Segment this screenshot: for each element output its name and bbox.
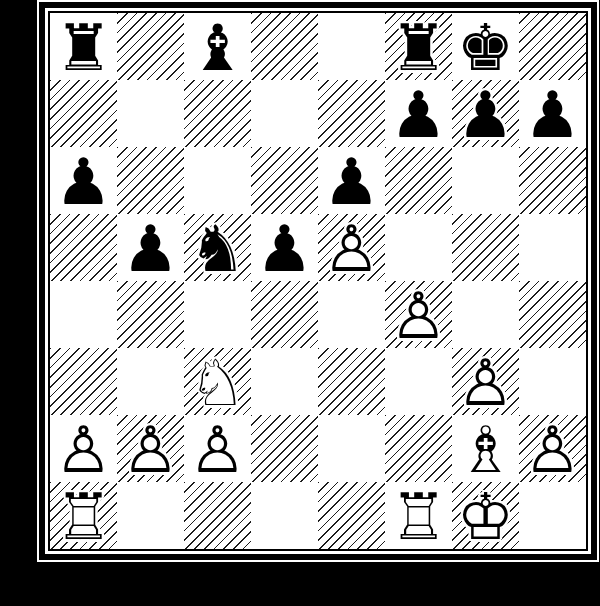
black-rook-glyph: ♜ [50,14,117,81]
square-d8[interactable] [251,13,318,80]
square-h5[interactable] [519,214,586,281]
square-d7[interactable] [251,80,318,147]
square-d4[interactable] [251,281,318,348]
black-knight-glyph: ♞ [184,215,251,282]
square-a7[interactable] [50,80,117,147]
chessboard-frame-outer: ♜♝♜♚♟♟♟♟♟♟♞♟♟♙♟♙♞♘♟♙♟♙♟♙♟♙♝♗♟♙♜♖♜♖♚♔ [37,0,599,562]
black-rook[interactable]: ♜ [50,13,117,80]
square-h2[interactable]: ♟♙ [519,415,586,482]
black-rook[interactable]: ♜ [385,13,452,80]
square-e4[interactable] [318,281,385,348]
square-b8[interactable] [117,13,184,80]
square-b5[interactable]: ♟ [117,214,184,281]
black-pawn-glyph: ♟ [385,81,452,148]
square-b7[interactable] [117,80,184,147]
square-c1[interactable] [184,482,251,549]
white-pawn-fill: ♟ [318,215,385,282]
square-a5[interactable] [50,214,117,281]
white-king-fill: ♚ [452,483,519,550]
chessboard-frame: ♜♝♜♚♟♟♟♟♟♟♞♟♟♙♟♙♞♘♟♙♟♙♟♙♟♙♝♗♟♙♜♖♜♖♚♔ [39,2,597,560]
chessboard-frame-inner: ♜♝♜♚♟♟♟♟♟♟♞♟♟♙♟♙♞♘♟♙♟♙♟♙♟♙♝♗♟♙♜♖♜♖♚♔ [48,11,588,551]
square-h1[interactable] [519,482,586,549]
black-pawn[interactable]: ♟ [519,80,586,147]
square-c7[interactable] [184,80,251,147]
square-d1[interactable] [251,482,318,549]
white-pawn[interactable]: ♟♙ [50,415,117,482]
white-pawn-fill: ♟ [452,349,519,416]
square-f3[interactable] [385,348,452,415]
white-pawn[interactable]: ♟♙ [385,281,452,348]
square-h4[interactable] [519,281,586,348]
square-a3[interactable] [50,348,117,415]
square-f7[interactable]: ♟ [385,80,452,147]
white-pawn-glyph: ♙ [50,416,117,483]
square-f4[interactable]: ♟♙ [385,281,452,348]
black-pawn-glyph: ♟ [452,81,519,148]
white-knight[interactable]: ♞♘ [184,348,251,415]
square-c4[interactable] [184,281,251,348]
square-c5[interactable]: ♞ [184,214,251,281]
square-d5[interactable]: ♟ [251,214,318,281]
square-g1[interactable]: ♚♔ [452,482,519,549]
black-bishop-glyph: ♝ [184,14,251,81]
white-pawn[interactable]: ♟♙ [117,415,184,482]
square-a8[interactable]: ♜ [50,13,117,80]
black-pawn[interactable]: ♟ [251,214,318,281]
black-rook-glyph: ♜ [385,14,452,81]
square-c6[interactable] [184,147,251,214]
square-b2[interactable]: ♟♙ [117,415,184,482]
square-g3[interactable]: ♟♙ [452,348,519,415]
black-pawn[interactable]: ♟ [117,214,184,281]
white-king-glyph: ♔ [452,483,519,550]
square-c8[interactable]: ♝ [184,13,251,80]
white-rook-glyph: ♖ [50,483,117,550]
black-knight[interactable]: ♞ [184,214,251,281]
black-pawn-glyph: ♟ [50,148,117,215]
white-pawn[interactable]: ♟♙ [318,214,385,281]
square-d3[interactable] [251,348,318,415]
white-pawn[interactable]: ♟♙ [184,415,251,482]
white-rook-fill: ♜ [50,483,117,550]
square-f1[interactable]: ♜♖ [385,482,452,549]
page-background: { "game": "chess", "diagram_style": "pri… [0,0,600,606]
black-king-glyph: ♚ [452,14,519,81]
black-bishop[interactable]: ♝ [184,13,251,80]
square-e3[interactable] [318,348,385,415]
chessboard: ♜♝♜♚♟♟♟♟♟♟♞♟♟♙♟♙♞♘♟♙♟♙♟♙♟♙♝♗♟♙♜♖♜♖♚♔ [50,13,586,549]
black-king[interactable]: ♚ [452,13,519,80]
white-bishop-fill: ♝ [452,416,519,483]
white-pawn[interactable]: ♟♙ [519,415,586,482]
white-pawn-glyph: ♙ [519,416,586,483]
square-h6[interactable] [519,147,586,214]
black-pawn-glyph: ♟ [251,215,318,282]
white-pawn-fill: ♟ [519,416,586,483]
square-e6[interactable]: ♟ [318,147,385,214]
square-e8[interactable] [318,13,385,80]
square-d2[interactable] [251,415,318,482]
square-c2[interactable]: ♟♙ [184,415,251,482]
square-b3[interactable] [117,348,184,415]
square-g8[interactable]: ♚ [452,13,519,80]
square-b1[interactable] [117,482,184,549]
square-g2[interactable]: ♝♗ [452,415,519,482]
black-pawn[interactable]: ♟ [318,147,385,214]
white-knight-glyph: ♘ [184,349,251,416]
square-e1[interactable] [318,482,385,549]
white-bishop-glyph: ♗ [452,416,519,483]
square-e2[interactable] [318,415,385,482]
square-f5[interactable] [385,214,452,281]
square-a1[interactable]: ♜♖ [50,482,117,549]
square-f2[interactable] [385,415,452,482]
square-h7[interactable]: ♟ [519,80,586,147]
square-d6[interactable] [251,147,318,214]
white-pawn-glyph: ♙ [318,215,385,282]
white-pawn-glyph: ♙ [117,416,184,483]
square-f8[interactable]: ♜ [385,13,452,80]
white-pawn-fill: ♟ [50,416,117,483]
black-pawn-glyph: ♟ [519,81,586,148]
square-h3[interactable] [519,348,586,415]
square-g5[interactable] [452,214,519,281]
white-rook-glyph: ♖ [385,483,452,550]
black-pawn-glyph: ♟ [117,215,184,282]
square-g6[interactable] [452,147,519,214]
white-knight-fill: ♞ [184,349,251,416]
square-a4[interactable] [50,281,117,348]
square-b4[interactable] [117,281,184,348]
square-g4[interactable] [452,281,519,348]
black-pawn[interactable]: ♟ [452,80,519,147]
square-a6[interactable]: ♟ [50,147,117,214]
square-b6[interactable] [117,147,184,214]
white-king[interactable]: ♚♔ [452,482,519,549]
white-pawn-fill: ♟ [184,416,251,483]
black-pawn-glyph: ♟ [318,148,385,215]
square-e7[interactable] [318,80,385,147]
square-f6[interactable] [385,147,452,214]
white-rook-fill: ♜ [385,483,452,550]
white-rook[interactable]: ♜♖ [385,482,452,549]
square-c3[interactable]: ♞♘ [184,348,251,415]
white-pawn[interactable]: ♟♙ [452,348,519,415]
white-rook[interactable]: ♜♖ [50,482,117,549]
black-pawn[interactable]: ♟ [385,80,452,147]
white-pawn-fill: ♟ [117,416,184,483]
white-pawn-fill: ♟ [385,282,452,349]
square-g7[interactable]: ♟ [452,80,519,147]
white-bishop[interactable]: ♝♗ [452,415,519,482]
square-a2[interactable]: ♟♙ [50,415,117,482]
square-e5[interactable]: ♟♙ [318,214,385,281]
white-pawn-glyph: ♙ [452,349,519,416]
white-pawn-glyph: ♙ [184,416,251,483]
square-h8[interactable] [519,13,586,80]
white-pawn-glyph: ♙ [385,282,452,349]
black-pawn[interactable]: ♟ [50,147,117,214]
